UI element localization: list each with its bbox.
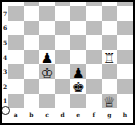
square-b4[interactable] [24,50,40,65]
black-pawn[interactable]: ♟ [72,65,85,79]
square-g4[interactable]: ♖ [102,50,118,65]
rank-label-6: 6 [2,21,8,36]
square-d6[interactable] [55,21,71,36]
square-f1[interactable] [86,94,102,109]
square-a7[interactable] [8,6,24,21]
square-a5[interactable] [8,35,24,50]
square-d4[interactable] [55,50,71,65]
square-e7[interactable] [70,6,86,21]
square-h3[interactable] [117,64,133,79]
file-label-d: d [55,109,71,120]
rank-label-2: 2 [2,79,8,94]
square-c2[interactable] [39,79,55,94]
chess-diagram: ♟♖♔♟♚♕ 7654321 abcdefgh [0,0,135,125]
square-h4[interactable] [117,50,133,65]
square-b7[interactable] [24,6,40,21]
square-g7[interactable] [102,6,118,21]
square-f4[interactable] [86,50,102,65]
file-label-h: h [117,109,133,120]
square-a4[interactable] [8,50,24,65]
file-label-g: g [102,109,118,120]
board: ♟♖♔♟♚♕ [8,6,133,108]
square-f2[interactable] [86,79,102,94]
square-h5[interactable] [117,35,133,50]
square-e5[interactable] [70,35,86,50]
square-d2[interactable] [55,79,71,94]
square-e2[interactable]: ♚ [70,79,86,94]
square-b1[interactable] [24,94,40,109]
white-rook[interactable]: ♖ [103,51,116,65]
rank-label-5: 5 [2,35,8,50]
square-f5[interactable] [86,35,102,50]
square-d3[interactable] [55,64,71,79]
square-b3[interactable] [24,64,40,79]
square-f7[interactable] [86,6,102,21]
file-label-e: e [70,109,86,120]
square-e3[interactable]: ♟ [70,64,86,79]
square-e4[interactable] [70,50,86,65]
file-label-b: b [24,109,40,120]
square-h7[interactable] [117,6,133,21]
white-king[interactable]: ♔ [41,65,54,79]
square-g6[interactable] [102,21,118,36]
square-h6[interactable] [117,21,133,36]
square-g3[interactable] [102,64,118,79]
square-f6[interactable] [86,21,102,36]
square-c3[interactable]: ♔ [39,64,55,79]
black-pawn[interactable]: ♟ [41,51,54,65]
square-a2[interactable] [8,79,24,94]
file-label-f: f [86,109,102,120]
square-b2[interactable] [24,79,40,94]
square-h2[interactable] [117,79,133,94]
square-a6[interactable] [8,21,24,36]
square-b6[interactable] [24,21,40,36]
file-label-a: a [8,109,24,120]
square-g1[interactable]: ♕ [102,94,118,109]
rank-label-7: 7 [2,6,8,21]
white-to-move-indicator [1,106,10,115]
square-h1[interactable] [117,94,133,109]
rank-label-4: 4 [2,50,8,65]
square-g5[interactable] [102,35,118,50]
file-label-c: c [39,109,55,120]
square-d5[interactable] [55,35,71,50]
square-a1[interactable] [8,94,24,109]
file-labels: abcdefgh [8,109,133,120]
black-king[interactable]: ♚ [72,80,85,94]
square-c6[interactable] [39,21,55,36]
square-e1[interactable] [70,94,86,109]
square-f3[interactable] [86,64,102,79]
square-c5[interactable] [39,35,55,50]
square-g2[interactable] [102,79,118,94]
square-b5[interactable] [24,35,40,50]
rank-label-3: 3 [2,64,8,79]
white-queen[interactable]: ♕ [103,94,116,108]
square-d1[interactable] [55,94,71,109]
square-c4[interactable]: ♟ [39,50,55,65]
square-c7[interactable] [39,6,55,21]
square-a3[interactable] [8,64,24,79]
square-c1[interactable] [39,94,55,109]
square-d7[interactable] [55,6,71,21]
square-e6[interactable] [70,21,86,36]
rank-labels: 7654321 [2,6,8,109]
